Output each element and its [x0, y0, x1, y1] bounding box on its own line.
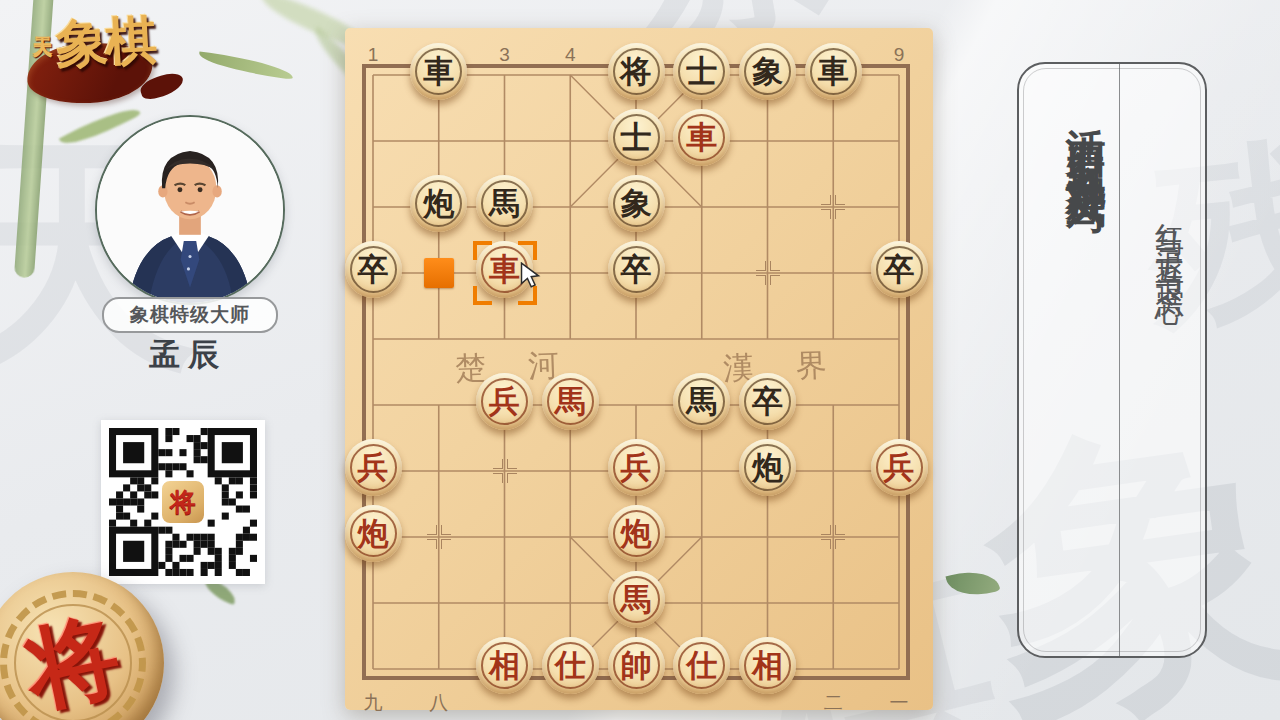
logo-large-text: 象棋 [54, 5, 156, 80]
player-title-text: 象棋特级大师 [130, 302, 250, 328]
piece-char: 帥 [621, 650, 652, 681]
piece-char: 馬 [686, 386, 717, 417]
piece-red-兵[interactable]: 兵 [476, 373, 533, 430]
piece-black-車[interactable]: 車 [805, 43, 862, 100]
piece-red-車[interactable]: 車 [673, 109, 730, 166]
coord-label-bottom-九: 九 [361, 690, 385, 716]
piece-red-兵[interactable]: 兵 [608, 439, 665, 496]
coord-label-top-3: 3 [493, 44, 517, 66]
avatar [95, 115, 285, 305]
piece-char: 兵 [358, 452, 389, 483]
piece-char: 馬 [621, 584, 652, 615]
piece-red-炮[interactable]: 炮 [345, 505, 402, 562]
piece-char: 車 [489, 254, 520, 285]
xiangqi-board[interactable]: 楚 河 漢 界 1349九八二一車将士象車士車炮馬象卒車卒卒兵馬馬卒兵兵炮兵炮炮… [345, 28, 933, 710]
piece-red-相[interactable]: 相 [476, 637, 533, 694]
piece-char: 炮 [752, 452, 783, 483]
piece-black-馬[interactable]: 馬 [673, 373, 730, 430]
coord-label-bottom-二: 二 [821, 690, 845, 716]
position-marker [755, 260, 781, 286]
piece-red-馬[interactable]: 馬 [608, 571, 665, 628]
piece-char: 車 [423, 56, 454, 87]
piece-char: 士 [621, 122, 652, 153]
coord-label-top-1: 1 [361, 44, 385, 66]
avatar-illustration [97, 117, 283, 303]
piece-char: 車 [686, 122, 717, 153]
coord-label-bottom-一: 一 [887, 690, 911, 716]
piece-red-相[interactable]: 相 [739, 637, 796, 694]
piece-black-卒[interactable]: 卒 [739, 373, 796, 430]
annotation-panel: 活力四射五九炮对屏风马 红马三退五马退窝心 [1017, 62, 1207, 658]
piece-char: 馬 [489, 188, 520, 219]
piece-black-卒[interactable]: 卒 [608, 241, 665, 298]
piece-char: 炮 [358, 518, 389, 549]
move-annotation: 红马三退五马退窝心 [1150, 200, 1190, 281]
qr-icon-char: 将 [170, 485, 196, 520]
qr-center-icon: 将 [160, 479, 206, 525]
piece-red-仕[interactable]: 仕 [542, 637, 599, 694]
piece-black-車[interactable]: 車 [410, 43, 467, 100]
piece-char: 卒 [621, 254, 652, 285]
piece-char: 兵 [621, 452, 652, 483]
piece-char: 炮 [423, 188, 454, 219]
piece-char: 卒 [884, 254, 915, 285]
piece-black-炮[interactable]: 炮 [410, 175, 467, 232]
piece-char: 将 [621, 56, 652, 87]
piece-red-車[interactable]: 車 [476, 241, 533, 298]
piece-char: 仕 [555, 650, 586, 681]
last-move-from-marker [424, 258, 454, 288]
piece-black-将[interactable]: 将 [608, 43, 665, 100]
piece-char: 兵 [489, 386, 520, 417]
coord-label-top-9: 9 [887, 44, 911, 66]
piece-black-馬[interactable]: 馬 [476, 175, 533, 232]
piece-black-卒[interactable]: 卒 [345, 241, 402, 298]
coord-label-bottom-八: 八 [427, 690, 451, 716]
piece-black-卒[interactable]: 卒 [871, 241, 928, 298]
qr-code: 将 [101, 420, 265, 584]
piece-black-士[interactable]: 士 [608, 109, 665, 166]
piece-black-炮[interactable]: 炮 [739, 439, 796, 496]
coord-label-top-4: 4 [558, 44, 582, 66]
piece-char: 相 [752, 650, 783, 681]
player-title-badge: 象棋特级大师 [102, 297, 278, 333]
piece-red-炮[interactable]: 炮 [608, 505, 665, 562]
app-logo: 天天 象棋 [22, 6, 202, 114]
opening-title: 活力四射五九炮对屏风马 [1059, 97, 1114, 174]
piece-char: 象 [752, 56, 783, 87]
piece-char: 士 [686, 56, 717, 87]
logo-small-text: 天天 [30, 20, 57, 24]
piece-char: 兵 [884, 452, 915, 483]
piece-char: 車 [818, 56, 849, 87]
player-name: 孟辰 [110, 334, 266, 376]
piece-red-兵[interactable]: 兵 [871, 439, 928, 496]
position-marker [820, 194, 846, 220]
piece-char: 馬 [555, 386, 586, 417]
piece-red-馬[interactable]: 馬 [542, 373, 599, 430]
piece-red-帥[interactable]: 帥 [608, 637, 665, 694]
panel-divider [1119, 64, 1120, 656]
position-marker [820, 524, 846, 550]
piece-char: 卒 [358, 254, 389, 285]
piece-black-士[interactable]: 士 [673, 43, 730, 100]
piece-char: 卒 [752, 386, 783, 417]
piece-char: 象 [621, 188, 652, 219]
piece-black-象[interactable]: 象 [739, 43, 796, 100]
piece-red-兵[interactable]: 兵 [345, 439, 402, 496]
position-marker [426, 524, 452, 550]
piece-red-仕[interactable]: 仕 [673, 637, 730, 694]
piece-black-象[interactable]: 象 [608, 175, 665, 232]
position-marker [492, 458, 518, 484]
piece-char: 仕 [686, 650, 717, 681]
piece-char: 相 [489, 650, 520, 681]
piece-char: 炮 [621, 518, 652, 549]
